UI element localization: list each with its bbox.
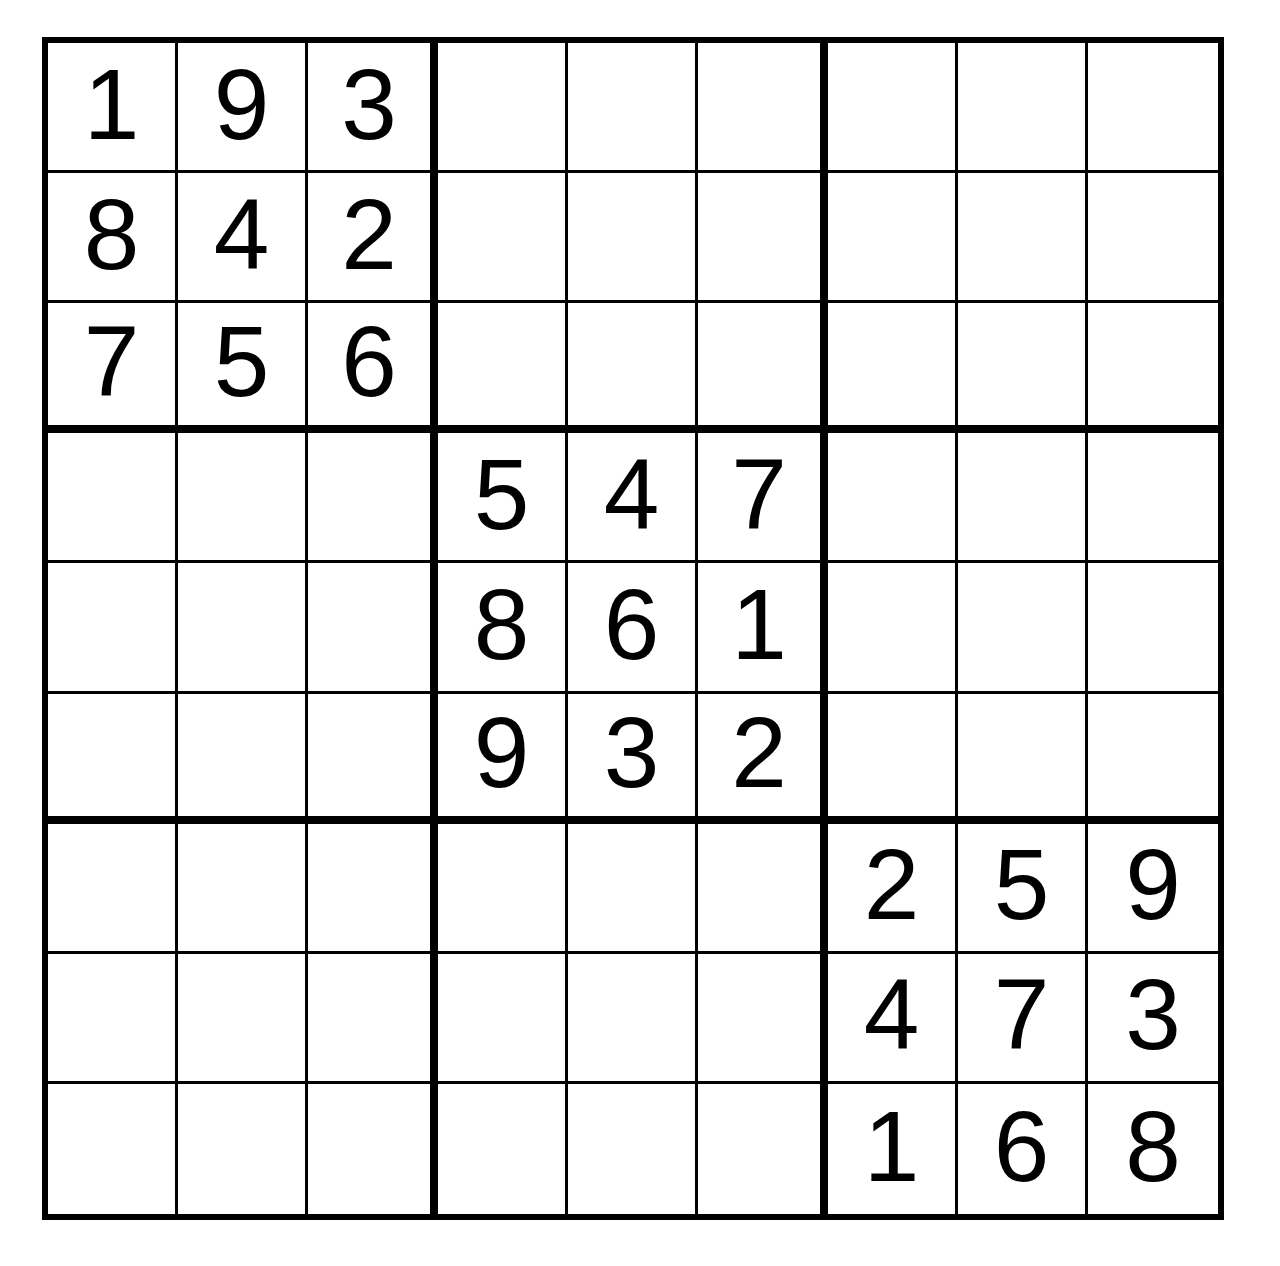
given-digit-cell-r4c6: 7 bbox=[698, 433, 828, 563]
given-digit-cell-r2c1: 8 bbox=[48, 173, 178, 303]
empty-cell-r6c8[interactable] bbox=[958, 694, 1088, 824]
empty-cell-r6c1[interactable] bbox=[48, 694, 178, 824]
given-digit-cell-r7c9: 9 bbox=[1088, 824, 1218, 954]
empty-cell-r3c5[interactable] bbox=[568, 303, 698, 433]
empty-cell-r5c9[interactable] bbox=[1088, 563, 1218, 693]
empty-cell-r3c6[interactable] bbox=[698, 303, 828, 433]
empty-cell-r3c8[interactable] bbox=[958, 303, 1088, 433]
empty-cell-r2c4[interactable] bbox=[438, 173, 568, 303]
empty-cell-r4c3[interactable] bbox=[308, 433, 438, 563]
empty-cell-r8c5[interactable] bbox=[568, 954, 698, 1084]
given-digit-cell-r3c1: 7 bbox=[48, 303, 178, 433]
empty-cell-r4c8[interactable] bbox=[958, 433, 1088, 563]
empty-cell-r8c6[interactable] bbox=[698, 954, 828, 1084]
empty-cell-r5c2[interactable] bbox=[178, 563, 308, 693]
empty-cell-r8c4[interactable] bbox=[438, 954, 568, 1084]
empty-cell-r4c9[interactable] bbox=[1088, 433, 1218, 563]
given-digit-cell-r9c7: 1 bbox=[828, 1084, 958, 1214]
empty-cell-r9c3[interactable] bbox=[308, 1084, 438, 1214]
empty-cell-r2c7[interactable] bbox=[828, 173, 958, 303]
empty-cell-r1c7[interactable] bbox=[828, 43, 958, 173]
given-digit-cell-r1c3: 3 bbox=[308, 43, 438, 173]
empty-cell-r6c3[interactable] bbox=[308, 694, 438, 824]
empty-cell-r7c5[interactable] bbox=[568, 824, 698, 954]
empty-cell-r2c6[interactable] bbox=[698, 173, 828, 303]
sudoku-puzzle: 193842756547861932259473168 bbox=[42, 37, 1224, 1220]
empty-cell-r6c2[interactable] bbox=[178, 694, 308, 824]
given-digit-cell-r8c9: 3 bbox=[1088, 954, 1218, 1084]
empty-cell-r6c9[interactable] bbox=[1088, 694, 1218, 824]
given-digit-cell-r6c5: 3 bbox=[568, 694, 698, 824]
empty-cell-r4c1[interactable] bbox=[48, 433, 178, 563]
empty-cell-r3c7[interactable] bbox=[828, 303, 958, 433]
empty-cell-r2c8[interactable] bbox=[958, 173, 1088, 303]
empty-cell-r7c4[interactable] bbox=[438, 824, 568, 954]
given-digit-cell-r1c1: 1 bbox=[48, 43, 178, 173]
given-digit-cell-r9c8: 6 bbox=[958, 1084, 1088, 1214]
empty-cell-r1c8[interactable] bbox=[958, 43, 1088, 173]
empty-cell-r9c5[interactable] bbox=[568, 1084, 698, 1214]
given-digit-cell-r4c5: 4 bbox=[568, 433, 698, 563]
given-digit-cell-r3c3: 6 bbox=[308, 303, 438, 433]
empty-cell-r2c5[interactable] bbox=[568, 173, 698, 303]
empty-cell-r3c4[interactable] bbox=[438, 303, 568, 433]
empty-cell-r9c6[interactable] bbox=[698, 1084, 828, 1214]
given-digit-cell-r9c9: 8 bbox=[1088, 1084, 1218, 1214]
given-digit-cell-r3c2: 5 bbox=[178, 303, 308, 433]
given-digit-cell-r5c6: 1 bbox=[698, 563, 828, 693]
given-digit-cell-r6c6: 2 bbox=[698, 694, 828, 824]
empty-cell-r5c8[interactable] bbox=[958, 563, 1088, 693]
empty-cell-r6c7[interactable] bbox=[828, 694, 958, 824]
empty-cell-r7c6[interactable] bbox=[698, 824, 828, 954]
given-digit-cell-r2c2: 4 bbox=[178, 173, 308, 303]
empty-cell-r9c2[interactable] bbox=[178, 1084, 308, 1214]
empty-cell-r8c1[interactable] bbox=[48, 954, 178, 1084]
empty-cell-r8c3[interactable] bbox=[308, 954, 438, 1084]
given-digit-cell-r5c5: 6 bbox=[568, 563, 698, 693]
empty-cell-r1c9[interactable] bbox=[1088, 43, 1218, 173]
given-digit-cell-r6c4: 9 bbox=[438, 694, 568, 824]
empty-cell-r7c2[interactable] bbox=[178, 824, 308, 954]
empty-cell-r8c2[interactable] bbox=[178, 954, 308, 1084]
given-digit-cell-r5c4: 8 bbox=[438, 563, 568, 693]
given-digit-cell-r7c7: 2 bbox=[828, 824, 958, 954]
empty-cell-r5c7[interactable] bbox=[828, 563, 958, 693]
given-digit-cell-r2c3: 2 bbox=[308, 173, 438, 303]
empty-cell-r9c1[interactable] bbox=[48, 1084, 178, 1214]
given-digit-cell-r7c8: 5 bbox=[958, 824, 1088, 954]
sudoku-board: 193842756547861932259473168 bbox=[42, 37, 1224, 1220]
empty-cell-r4c2[interactable] bbox=[178, 433, 308, 563]
given-digit-cell-r8c8: 7 bbox=[958, 954, 1088, 1084]
given-digit-cell-r1c2: 9 bbox=[178, 43, 308, 173]
empty-cell-r1c5[interactable] bbox=[568, 43, 698, 173]
empty-cell-r1c4[interactable] bbox=[438, 43, 568, 173]
given-digit-cell-r4c4: 5 bbox=[438, 433, 568, 563]
given-digit-cell-r8c7: 4 bbox=[828, 954, 958, 1084]
empty-cell-r3c9[interactable] bbox=[1088, 303, 1218, 433]
empty-cell-r4c7[interactable] bbox=[828, 433, 958, 563]
empty-cell-r5c1[interactable] bbox=[48, 563, 178, 693]
empty-cell-r1c6[interactable] bbox=[698, 43, 828, 173]
empty-cell-r7c3[interactable] bbox=[308, 824, 438, 954]
empty-cell-r2c9[interactable] bbox=[1088, 173, 1218, 303]
empty-cell-r9c4[interactable] bbox=[438, 1084, 568, 1214]
empty-cell-r7c1[interactable] bbox=[48, 824, 178, 954]
empty-cell-r5c3[interactable] bbox=[308, 563, 438, 693]
